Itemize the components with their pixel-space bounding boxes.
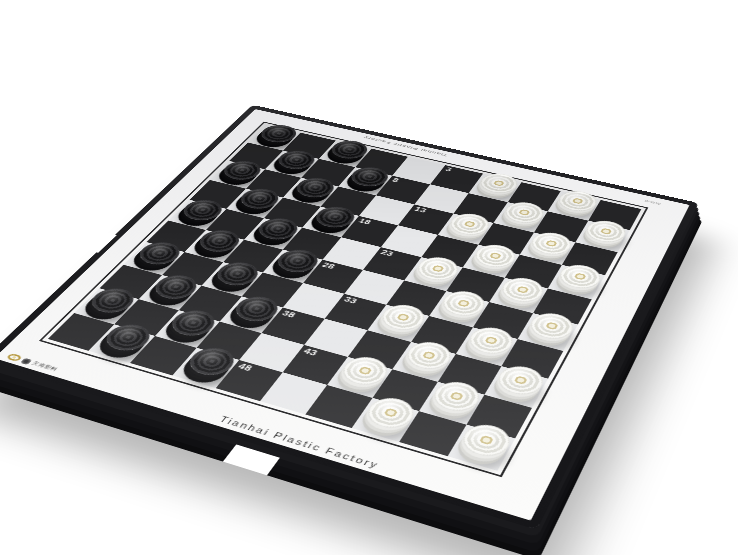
board-sheet: Tianhai Plastic Factory www 381318232833… (0, 109, 690, 521)
square-number-38: 38 (281, 310, 298, 319)
maker-logos: 天海塑料 (6, 353, 60, 373)
square-number-3: 3 (444, 167, 453, 173)
board-frame: 381318232833384348 (39, 122, 648, 478)
square-number-48: 48 (237, 362, 255, 372)
maker-logo-text: 天海塑料 (30, 360, 59, 373)
square-number-28: 28 (321, 262, 337, 270)
square-number-8: 8 (391, 177, 400, 183)
board-case: Tianhai Plastic Factory www 381318232833… (0, 105, 699, 530)
website-text: www (644, 199, 662, 206)
square-number-33: 33 (343, 296, 359, 305)
case-fold-notch-front (223, 444, 280, 475)
product-photo-stage: Tianhai Plastic Factory www 381318232833… (0, 0, 738, 555)
board-scene: Tianhai Plastic Factory www 381318232833… (0, 105, 699, 530)
square-number-43: 43 (302, 347, 319, 357)
square-number-18: 18 (358, 218, 373, 226)
square-number-23: 23 (380, 249, 395, 257)
square-number-13: 13 (413, 206, 428, 213)
